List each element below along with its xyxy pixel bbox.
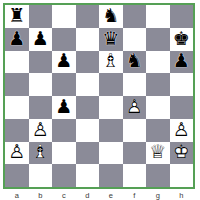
square-h6[interactable]: ♟ xyxy=(170,51,194,74)
square-g4[interactable] xyxy=(146,96,170,119)
black-king: ♚ xyxy=(173,29,190,48)
square-d6[interactable] xyxy=(76,51,100,74)
square-e1[interactable] xyxy=(99,164,123,187)
square-h8[interactable] xyxy=(170,5,194,28)
square-g6[interactable] xyxy=(146,51,170,74)
white-pawn: ♟♙ xyxy=(126,97,143,116)
file-label-e: e xyxy=(99,191,123,200)
square-f7[interactable] xyxy=(123,28,147,51)
square-a7[interactable]: ♟ xyxy=(5,28,29,51)
square-b4[interactable] xyxy=(29,96,53,119)
square-f3[interactable] xyxy=(123,119,147,142)
square-h2[interactable]: ♚♔ xyxy=(170,142,194,165)
square-g1[interactable] xyxy=(146,164,170,187)
square-f8[interactable] xyxy=(123,5,147,28)
square-e6[interactable]: ♝♗ xyxy=(99,51,123,74)
black-rook: ♜ xyxy=(8,6,25,25)
square-d5[interactable] xyxy=(76,73,100,96)
black-pawn: ♟ xyxy=(32,29,49,48)
file-label-d: d xyxy=(76,191,100,200)
square-b3[interactable]: ♟♙ xyxy=(29,119,53,142)
square-h4[interactable] xyxy=(170,96,194,119)
square-a6[interactable] xyxy=(5,51,29,74)
square-b5[interactable] xyxy=(29,73,53,96)
square-a3[interactable] xyxy=(5,119,29,142)
square-c1[interactable] xyxy=(52,164,76,187)
square-a8[interactable]: ♜ xyxy=(5,5,29,28)
file-label-g: g xyxy=(146,191,170,200)
square-c2[interactable] xyxy=(52,142,76,165)
square-e2[interactable] xyxy=(99,142,123,165)
white-king: ♚♔ xyxy=(173,142,190,161)
square-c3[interactable] xyxy=(52,119,76,142)
square-b2[interactable]: ♝♗ xyxy=(29,142,53,165)
square-d8[interactable] xyxy=(76,5,100,28)
square-f5[interactable] xyxy=(123,73,147,96)
white-queen: ♛♕ xyxy=(149,142,166,161)
square-d4[interactable] xyxy=(76,96,100,119)
square-f2[interactable] xyxy=(123,142,147,165)
chess-diagram: ♜♞♟♟♛♚♟♝♗♞♟♟♟♙♟♙♟♙♟♙♝♗♛♕♚♔ abcdefgh xyxy=(3,3,195,200)
file-label-b: b xyxy=(29,191,53,200)
black-pawn: ♟ xyxy=(55,97,72,116)
square-b8[interactable] xyxy=(29,5,53,28)
square-c8[interactable] xyxy=(52,5,76,28)
file-label-c: c xyxy=(52,191,76,200)
square-d2[interactable] xyxy=(76,142,100,165)
square-c7[interactable] xyxy=(52,28,76,51)
square-c4[interactable]: ♟ xyxy=(52,96,76,119)
square-e3[interactable] xyxy=(99,119,123,142)
square-f4[interactable]: ♟♙ xyxy=(123,96,147,119)
file-label-f: f xyxy=(123,191,147,200)
square-d1[interactable] xyxy=(76,164,100,187)
square-a5[interactable] xyxy=(5,73,29,96)
black-pawn: ♟ xyxy=(55,51,72,70)
square-h5[interactable] xyxy=(170,73,194,96)
square-g8[interactable] xyxy=(146,5,170,28)
square-a1[interactable] xyxy=(5,164,29,187)
black-pawn: ♟ xyxy=(8,29,25,48)
black-knight: ♞ xyxy=(102,6,119,25)
file-label-h: h xyxy=(170,191,194,200)
square-b7[interactable]: ♟ xyxy=(29,28,53,51)
square-d7[interactable] xyxy=(76,28,100,51)
square-a4[interactable] xyxy=(5,96,29,119)
square-h3[interactable]: ♟♙ xyxy=(170,119,194,142)
file-label-a: a xyxy=(5,191,29,200)
square-b1[interactable] xyxy=(29,164,53,187)
black-queen: ♛ xyxy=(102,29,119,48)
square-g3[interactable] xyxy=(146,119,170,142)
chess-board: ♜♞♟♟♛♚♟♝♗♞♟♟♟♙♟♙♟♙♟♙♝♗♛♕♚♔ xyxy=(3,3,195,189)
white-bishop: ♝♗ xyxy=(102,51,119,70)
square-d3[interactable] xyxy=(76,119,100,142)
black-pawn: ♟ xyxy=(173,51,190,70)
square-h7[interactable]: ♚ xyxy=(170,28,194,51)
square-g5[interactable] xyxy=(146,73,170,96)
square-b6[interactable] xyxy=(29,51,53,74)
white-pawn: ♟♙ xyxy=(32,120,49,139)
square-h1[interactable] xyxy=(170,164,194,187)
square-e4[interactable] xyxy=(99,96,123,119)
square-a2[interactable]: ♟♙ xyxy=(5,142,29,165)
square-f6[interactable]: ♞ xyxy=(123,51,147,74)
square-e7[interactable]: ♛ xyxy=(99,28,123,51)
square-f1[interactable] xyxy=(123,164,147,187)
square-g7[interactable] xyxy=(146,28,170,51)
white-bishop: ♝♗ xyxy=(32,142,49,161)
square-g2[interactable]: ♛♕ xyxy=(146,142,170,165)
black-knight: ♞ xyxy=(126,51,143,70)
white-pawn: ♟♙ xyxy=(8,142,25,161)
square-e5[interactable] xyxy=(99,73,123,96)
white-pawn: ♟♙ xyxy=(173,120,190,139)
square-c5[interactable] xyxy=(52,73,76,96)
file-labels: abcdefgh xyxy=(5,191,193,200)
square-e8[interactable]: ♞ xyxy=(99,5,123,28)
square-c6[interactable]: ♟ xyxy=(52,51,76,74)
